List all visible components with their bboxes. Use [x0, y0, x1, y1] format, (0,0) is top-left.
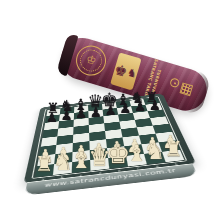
- square-e1: [108, 156, 128, 169]
- square-h1: [161, 150, 183, 162]
- square-b1: [53, 162, 72, 175]
- crown-icon: ♔: [85, 53, 98, 66]
- product-photo: ♔ ♚ ♞ TURNUVA SATRANÇ TAKIMI abcdefgh ww…: [0, 0, 222, 222]
- square-d1: [90, 158, 109, 171]
- square-a1: [35, 164, 55, 177]
- square-c1: [72, 160, 91, 173]
